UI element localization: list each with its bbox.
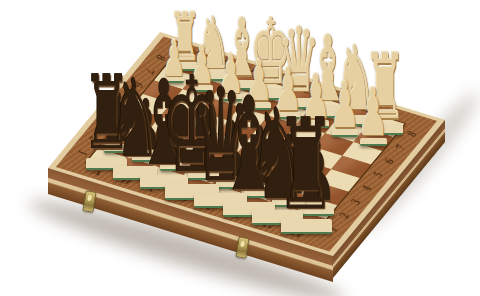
piece-light-pawn-h7[interactable]: ♟ [358,80,389,146]
piece-dark-rook-h1[interactable]: ♜ [277,101,336,227]
chess-set-photo: AA11BB22CC33DD44EE55FF66GG77HH88 ♜♞♝♚♛♝♞… [0,0,480,296]
